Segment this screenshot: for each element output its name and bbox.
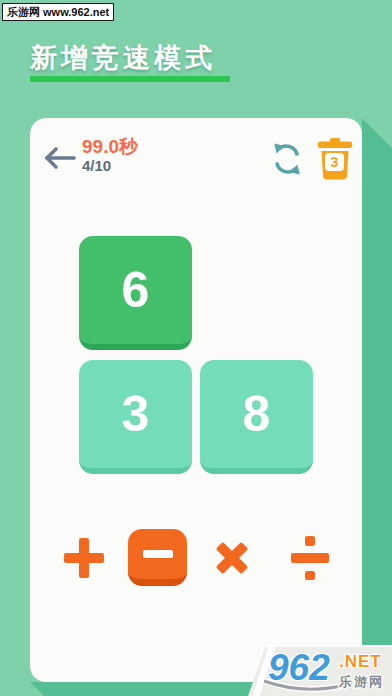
game-card: 99.0秒 4/10 3	[30, 118, 362, 682]
banner-title: 新增竞速模式	[30, 40, 216, 76]
operator-divide-button[interactable]	[280, 528, 340, 588]
number-tile-8[interactable]: 8	[200, 360, 313, 474]
watermark-sitename: 乐游网	[339, 673, 384, 691]
tile-board: 6 3 8	[79, 236, 313, 474]
watermark-brand: 962	[268, 646, 330, 690]
back-button[interactable]	[40, 144, 80, 174]
operator-minus-button-selected[interactable]	[128, 529, 187, 586]
number-tile-3[interactable]: 3	[79, 360, 192, 474]
watermark-net: .NET	[339, 652, 382, 672]
number-tile-6[interactable]: 6	[79, 236, 192, 350]
banner-underline	[30, 76, 230, 82]
back-arrow-icon	[40, 144, 80, 174]
time-remaining: 99.0秒	[82, 137, 138, 157]
round-progress: 4/10	[82, 157, 138, 174]
source-watermark-label: 乐游网 www.962.net	[2, 3, 114, 21]
empty-cell	[200, 236, 313, 350]
operator-times-button[interactable]	[190, 516, 275, 601]
divide-icon	[291, 553, 329, 563]
undo-count-badge: 3	[325, 153, 344, 171]
minus-icon	[143, 550, 173, 558]
game-screen: 乐游网 www.962.net 新增竞速模式 99.0秒 4/10	[0, 0, 392, 696]
trash-undo-button[interactable]: 3	[317, 138, 353, 180]
refresh-icon	[270, 140, 304, 178]
timer-block: 99.0秒 4/10	[82, 137, 138, 174]
refresh-button[interactable]	[270, 140, 304, 178]
operator-plus-button[interactable]	[54, 528, 114, 588]
